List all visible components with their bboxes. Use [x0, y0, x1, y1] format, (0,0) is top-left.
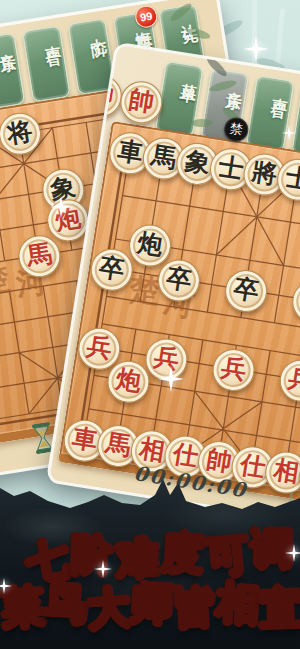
slogan-char: 皆: [172, 578, 218, 638]
slogan-char: 相: [214, 574, 261, 635]
slogan-char: 宜: [258, 579, 300, 638]
slogan-char: 度: [160, 524, 207, 582]
slogan-char: 鸟: [43, 573, 89, 633]
undo-count-badge: 99: [134, 4, 159, 29]
tab-声音[interactable]: 声音: [246, 75, 295, 152]
tab-label: 菜单: [165, 67, 201, 79]
tab-label: 声音: [256, 81, 292, 93]
tab-音乐[interactable]: 音乐: [0, 33, 25, 110]
tab-label: 声音: [24, 31, 60, 43]
slogan-char: 调: [251, 521, 296, 577]
tab-声音[interactable]: 声音: [22, 25, 71, 102]
slogan-char: 大: [85, 579, 132, 640]
slogan-char: 师: [129, 574, 175, 634]
tab-label: 音乐: [0, 39, 15, 51]
slogan-char: 菜: [0, 577, 47, 639]
tab-label: 七阶: [69, 24, 105, 36]
xiangqi-app-screenshot: 音乐声音七阶悔棋99让先 楚河 将象炮馬 帥 帥 菜单音乐禁声音七阶 楚河 車馬…: [0, 0, 300, 649]
slogan-line-2: 菜鸟大师皆相宜!: [1, 577, 300, 635]
tab-七阶[interactable]: 七阶: [67, 18, 116, 95]
